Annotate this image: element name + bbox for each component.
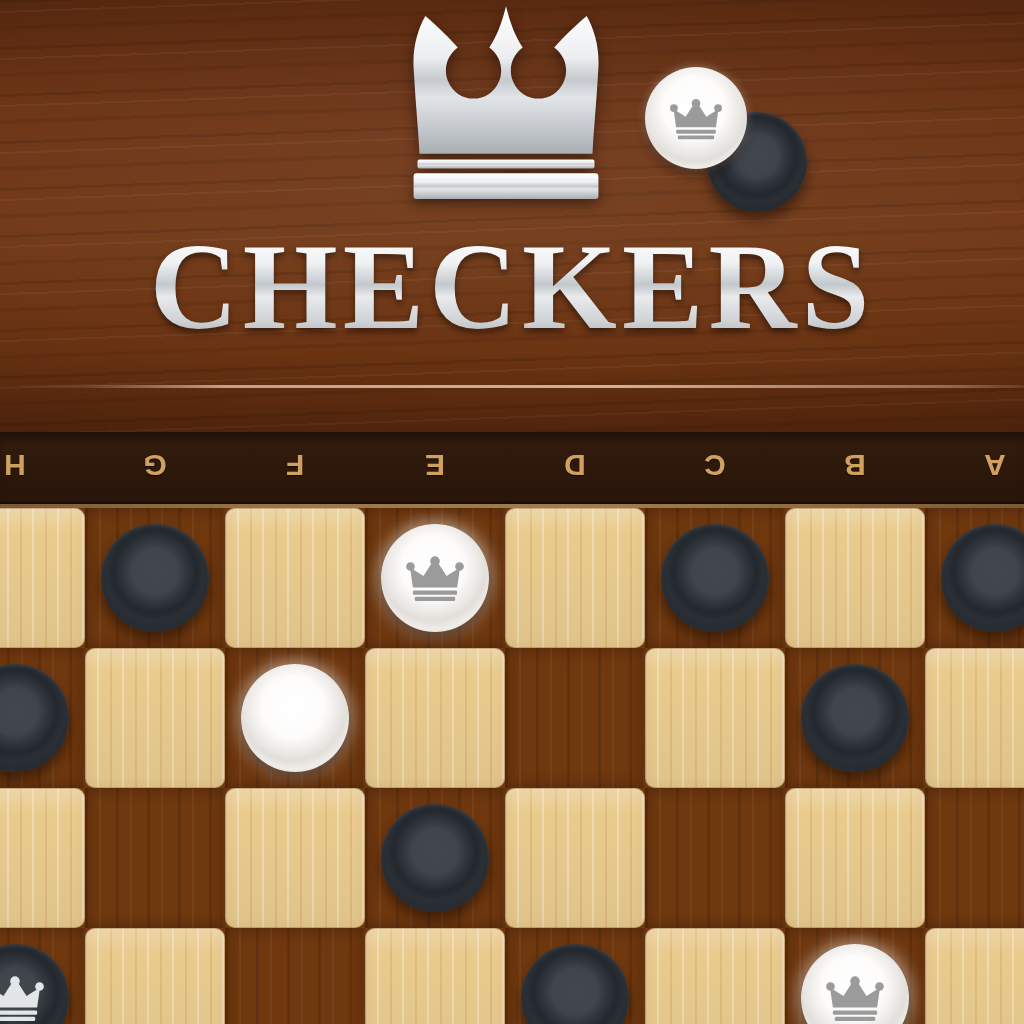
square-b-row2[interactable] xyxy=(785,648,925,788)
square-d-row4[interactable] xyxy=(505,928,645,1024)
square-f-row4[interactable] xyxy=(225,928,365,1024)
black-man[interactable] xyxy=(0,664,69,772)
square-g-row4[interactable] xyxy=(85,928,225,1024)
crown-logo-icon xyxy=(388,4,624,206)
square-a-row2[interactable] xyxy=(925,648,1024,788)
square-d-row2[interactable] xyxy=(505,648,645,788)
square-a-row4[interactable] xyxy=(925,928,1024,1024)
square-g-row1[interactable] xyxy=(85,508,225,648)
square-f-row3[interactable] xyxy=(225,788,365,928)
square-f-row1[interactable] xyxy=(225,508,365,648)
black-man[interactable] xyxy=(661,524,769,632)
crown-icon xyxy=(404,553,466,603)
black-king[interactable] xyxy=(0,944,69,1024)
square-d-row3[interactable] xyxy=(505,788,645,928)
black-man[interactable] xyxy=(941,524,1024,632)
square-a-row1[interactable] xyxy=(925,508,1024,648)
square-e-row1[interactable] xyxy=(365,508,505,648)
black-man[interactable] xyxy=(521,944,629,1024)
file-labels: HGFEDCBA xyxy=(0,432,1024,508)
square-h-row1[interactable] xyxy=(0,508,85,648)
file-label-e: E xyxy=(410,448,460,482)
black-man[interactable] xyxy=(381,804,489,912)
file-label-f: F xyxy=(270,448,320,482)
square-e-row4[interactable] xyxy=(365,928,505,1024)
square-g-row3[interactable] xyxy=(85,788,225,928)
white-king[interactable] xyxy=(801,944,909,1024)
square-b-row1[interactable] xyxy=(785,508,925,648)
white-king[interactable] xyxy=(381,524,489,632)
checkers-board[interactable] xyxy=(0,508,1024,1024)
square-c-row2[interactable] xyxy=(645,648,785,788)
square-h-row3[interactable] xyxy=(0,788,85,928)
square-a-row3[interactable] xyxy=(925,788,1024,928)
square-f-row2[interactable] xyxy=(225,648,365,788)
file-label-d: D xyxy=(550,448,600,482)
square-e-row2[interactable] xyxy=(365,648,505,788)
logo-white-king-piece xyxy=(645,67,747,169)
square-e-row3[interactable] xyxy=(365,788,505,928)
checkers-app: CHECKERS HGFEDCBA xyxy=(0,0,1024,1024)
black-man[interactable] xyxy=(801,664,909,772)
file-label-a: A xyxy=(970,448,1020,482)
file-label-h: H xyxy=(0,448,40,482)
crown-icon xyxy=(824,973,886,1023)
file-label-g: G xyxy=(130,448,180,482)
square-d-row1[interactable] xyxy=(505,508,645,648)
white-man[interactable] xyxy=(241,664,349,772)
crown-icon xyxy=(668,96,724,141)
page-title: CHECKERS xyxy=(0,226,1024,348)
square-b-row3[interactable] xyxy=(785,788,925,928)
black-man[interactable] xyxy=(101,524,209,632)
file-label-c: C xyxy=(690,448,740,482)
square-h-row2[interactable] xyxy=(0,648,85,788)
crown-icon xyxy=(0,973,46,1023)
divider xyxy=(0,385,1024,388)
square-h-row4[interactable] xyxy=(0,928,85,1024)
square-c-row1[interactable] xyxy=(645,508,785,648)
square-b-row4[interactable] xyxy=(785,928,925,1024)
square-c-row3[interactable] xyxy=(645,788,785,928)
square-g-row2[interactable] xyxy=(85,648,225,788)
file-label-b: B xyxy=(830,448,880,482)
square-c-row4[interactable] xyxy=(645,928,785,1024)
